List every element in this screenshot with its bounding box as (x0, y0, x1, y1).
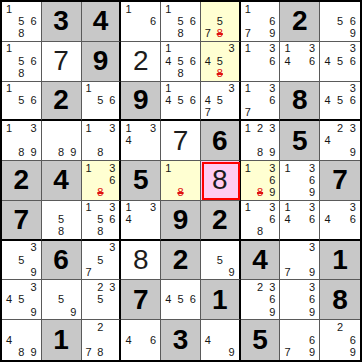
candidate: 9 (306, 187, 318, 199)
given-digit: 1 (42, 320, 81, 360)
candidate: 5 (15, 294, 27, 306)
cell-r6c8[interactable]: 1346 (280, 201, 320, 241)
pencil-marks: 1367 (241, 82, 280, 120)
cell-r6c1[interactable]: 7 (2, 201, 42, 241)
cell-r3c5[interactable]: 1456 (161, 82, 201, 122)
pencil-marks: 1368 (241, 201, 280, 239)
candidate: 4 (122, 214, 134, 226)
candidate: 4 (321, 135, 334, 147)
candidate: 3 (266, 162, 278, 174)
cell-r9c8[interactable]: 679 (280, 320, 320, 360)
candidate: 3 (266, 202, 278, 214)
candidate: 3 (106, 281, 118, 293)
candidate: 9 (306, 346, 318, 359)
candidate: 8 (94, 226, 106, 238)
pencil-marks: 359 (2, 241, 41, 280)
cell-r3c2[interactable]: 2 (42, 82, 82, 122)
candidate: 1 (162, 162, 174, 174)
pencil-marks: 456 (161, 280, 200, 319)
candidate: 4 (162, 294, 174, 306)
candidate: 9 (266, 147, 278, 159)
candidate: 2 (254, 122, 266, 134)
given-digit: 7 (121, 280, 160, 319)
given-digit: 2 (161, 241, 200, 280)
cell-r3c6[interactable]: 3457 (201, 82, 241, 122)
cell-r4c2[interactable]: 89 (42, 121, 82, 161)
candidate: 7 (281, 266, 293, 278)
cell-r3c7[interactable]: 1367 (241, 82, 281, 122)
candidate: 6 (306, 55, 318, 67)
pencil-marks: 578 (201, 2, 239, 41)
candidate: 4 (202, 334, 214, 347)
candidate: 8 (55, 147, 67, 159)
candidate: 9 (28, 306, 40, 318)
pencil-marks: 156 (2, 82, 41, 120)
given-digit: 5 (121, 161, 160, 200)
pencil-marks: 3458 (201, 42, 239, 81)
candidate: 8 (15, 67, 27, 79)
candidate: 7 (83, 266, 95, 278)
candidate: 3 (28, 281, 40, 293)
pencil-marks: 489 (2, 320, 41, 360)
candidate: 6 (28, 55, 40, 67)
pencil-marks: 3456 (320, 82, 360, 120)
pencil-marks: 3456 (320, 42, 360, 81)
candidate: 1 (83, 83, 95, 95)
candidate: 6 (266, 15, 278, 27)
cell-r6c7[interactable]: 1368 (241, 201, 281, 241)
candidate: 5 (214, 94, 226, 106)
cell-r2c7[interactable]: 136 (241, 42, 281, 82)
candidate: 6 (306, 334, 318, 347)
cell-r5c3[interactable]: 1368 (82, 161, 122, 201)
candidate: 2 (94, 281, 106, 293)
eliminated-candidate: 8 (214, 28, 226, 40)
cell-r9c6[interactable]: 49 (201, 320, 241, 360)
cell-r9c5[interactable]: 3 (161, 320, 201, 360)
candidate: 3 (106, 162, 118, 174)
given-digit: 6 (201, 121, 239, 160)
solved-digit: 7 (42, 42, 81, 81)
eliminated-candidate: 8 (174, 187, 186, 199)
candidate: 5 (174, 55, 186, 67)
candidate: 8 (15, 28, 27, 40)
candidate: 6 (187, 94, 199, 106)
eliminated-candidate: 8 (254, 187, 266, 199)
candidate: 7 (242, 28, 254, 40)
cell-r7c9[interactable]: 1 (320, 241, 360, 281)
cell-r7c8[interactable]: 379 (280, 241, 320, 281)
candidate: 1 (122, 122, 134, 134)
cell-r4c5[interactable]: 7 (161, 121, 201, 161)
cell-r4c8[interactable]: 5 (280, 121, 320, 161)
cell-r8c3[interactable]: 235 (82, 280, 122, 320)
candidate: 3 (147, 122, 159, 134)
candidate: 3 (266, 281, 278, 293)
cell-r3c4[interactable]: 9 (121, 82, 161, 122)
candidate: 6 (147, 15, 159, 27)
candidate: 3 (226, 83, 238, 95)
pencil-marks: 13689 (241, 161, 280, 200)
candidate: 6 (306, 214, 318, 226)
pencil-marks: 1369 (280, 161, 319, 200)
candidate: 9 (346, 28, 359, 40)
candidate: 2 (334, 122, 347, 134)
cell-r7c4[interactable]: 8 (121, 241, 161, 281)
given-digit: 2 (280, 2, 319, 41)
cell-r6c5[interactable]: 9 (161, 201, 201, 241)
pencil-marks: 1456 (161, 82, 200, 120)
given-digit: 3 (42, 2, 81, 41)
candidate: 8 (254, 147, 266, 159)
given-digit: 5 (241, 320, 280, 360)
candidate: 7 (83, 346, 95, 359)
cell-r3c9[interactable]: 3456 (320, 82, 360, 122)
candidate: 1 (281, 43, 293, 55)
candidate: 9 (67, 306, 79, 318)
pencil-marks: 1679 (241, 2, 280, 41)
pencil-marks: 1568 (161, 2, 200, 41)
given-digit: 9 (161, 201, 200, 239)
candidate: 3 (106, 202, 118, 214)
pencil-marks: 369 (280, 280, 319, 319)
candidate: 1 (242, 83, 254, 95)
cell-r1c5[interactable]: 1568 (161, 2, 201, 42)
pencil-marks: 18 (161, 161, 200, 200)
candidate: 4 (281, 55, 293, 67)
given-digit: 9 (82, 42, 120, 81)
cell-r5c9[interactable]: 7 (320, 161, 360, 201)
cell-r7c6[interactable]: 59 (201, 241, 241, 281)
candidate: 9 (67, 147, 79, 159)
candidate: 7 (281, 346, 293, 359)
candidate: 4 (3, 294, 15, 306)
cell-r7c5[interactable]: 2 (161, 241, 201, 281)
candidate: 9 (266, 187, 278, 199)
candidate: 1 (281, 202, 293, 214)
cell-r4c4[interactable]: 134 (121, 121, 161, 161)
eliminated-candidate: 8 (214, 67, 226, 79)
cell-r9c4[interactable]: 46 (121, 320, 161, 360)
cell-r8c8[interactable]: 369 (280, 280, 320, 320)
cell-r9c9[interactable]: 269 (320, 320, 360, 360)
candidate: 5 (94, 254, 106, 266)
cell-r5c8[interactable]: 1369 (280, 161, 320, 201)
solved-digit: 2 (121, 42, 160, 81)
candidate: 1 (242, 43, 254, 55)
candidate: 5 (334, 15, 347, 27)
candidate: 5 (334, 55, 347, 67)
cell-r5c6[interactable]: 8 (201, 161, 241, 201)
candidate: 9 (226, 346, 238, 359)
given-digit: 1 (320, 241, 360, 280)
pencil-marks: 12389 (241, 121, 280, 160)
candidate: 6 (266, 55, 278, 67)
cell-r1c6[interactable]: 578 (201, 2, 241, 42)
candidate: 1 (122, 3, 134, 15)
candidate: 4 (321, 94, 334, 106)
candidate: 6 (266, 94, 278, 106)
given-digit: 8 (280, 82, 319, 120)
given-digit: 2 (201, 201, 239, 239)
pencil-marks: 2369 (241, 280, 280, 319)
cell-r8c7[interactable]: 2369 (241, 280, 281, 320)
pencil-marks: 679 (280, 320, 319, 360)
candidate: 7 (242, 106, 254, 118)
cell-r8c1[interactable]: 3459 (2, 280, 42, 320)
candidate: 3 (28, 122, 40, 134)
candidate: 6 (346, 15, 359, 27)
given-digit: 2 (2, 161, 41, 200)
candidate: 1 (162, 83, 174, 95)
cell-r8c5[interactable]: 456 (161, 280, 201, 320)
pencil-marks: 346 (320, 201, 360, 239)
pencil-marks: 269 (320, 320, 360, 360)
candidate: 3 (266, 122, 278, 134)
candidate: 6 (147, 334, 159, 347)
cell-r5c2[interactable]: 4 (42, 161, 82, 201)
cell-r7c3[interactable]: 357 (82, 241, 122, 281)
candidate: 1 (162, 3, 174, 15)
candidate: 4 (321, 214, 334, 226)
candidate: 8 (94, 147, 106, 159)
cell-r6c2[interactable]: 58 (42, 201, 82, 241)
cell-r7c7[interactable]: 4 (241, 241, 281, 281)
cell-r1c4[interactable]: 16 (121, 2, 161, 42)
cell-r8c4[interactable]: 7 (121, 280, 161, 320)
pencil-marks: 49 (201, 320, 239, 360)
cell-r2c6[interactable]: 3458 (201, 42, 241, 82)
candidate: 9 (266, 306, 278, 318)
eliminated-candidate: 8 (94, 187, 106, 199)
candidate: 5 (15, 254, 27, 266)
pencil-marks: 138 (82, 121, 120, 160)
cell-r4c7[interactable]: 12389 (241, 121, 281, 161)
candidate: 6 (346, 94, 359, 106)
cell-r8c6[interactable]: 1 (201, 280, 241, 320)
pencil-marks: 58 (42, 201, 81, 239)
cell-r8c9[interactable]: 8 (320, 280, 360, 320)
candidate: 5 (15, 94, 27, 106)
cell-r3c1[interactable]: 156 (2, 82, 42, 122)
pencil-marks: 89 (42, 121, 81, 160)
pencil-marks: 59 (42, 280, 81, 319)
cell-r3c8[interactable]: 8 (280, 82, 320, 122)
given-digit: 8 (320, 280, 360, 319)
candidate: 8 (174, 28, 186, 40)
pencil-marks: 156 (82, 82, 120, 120)
candidate: 3 (106, 122, 118, 134)
given-digit: 1 (201, 280, 239, 319)
pencil-marks: 2349 (320, 121, 360, 160)
cell-r1c7[interactable]: 1679 (241, 2, 281, 42)
cell-r4c6[interactable]: 6 (201, 121, 241, 161)
candidate: 5 (214, 55, 226, 67)
candidate: 3 (28, 242, 40, 254)
pencil-marks: 1568 (2, 2, 41, 41)
pencil-marks: 357 (82, 241, 120, 280)
cell-r4c3[interactable]: 138 (82, 121, 122, 161)
given-digit: 7 (2, 201, 41, 239)
candidate: 3 (306, 281, 318, 293)
given-digit: 4 (42, 161, 81, 200)
cell-r9c2[interactable]: 1 (42, 320, 82, 360)
cell-r6c4[interactable]: 134 (121, 201, 161, 241)
candidate: 5 (94, 214, 106, 226)
pencil-marks: 379 (280, 241, 319, 280)
candidate: 5 (94, 294, 106, 306)
pencil-marks: 235 (82, 280, 120, 319)
candidate: 8 (254, 226, 266, 238)
cell-r2c8[interactable]: 1346 (280, 42, 320, 82)
candidate: 4 (321, 55, 334, 67)
candidate: 9 (28, 266, 40, 278)
candidate: 1 (83, 202, 95, 214)
pencil-marks: 134 (121, 201, 160, 239)
candidate: 6 (346, 334, 359, 347)
candidate: 6 (187, 294, 199, 306)
pencil-marks: 136 (241, 42, 280, 81)
candidate: 5 (174, 294, 186, 306)
candidate: 5 (55, 294, 67, 306)
given-digit: 5 (280, 121, 319, 160)
candidate: 5 (55, 214, 67, 226)
cell-r1c9[interactable]: 569 (320, 2, 360, 42)
cell-r3c3[interactable]: 156 (82, 82, 122, 122)
candidate: 3 (266, 43, 278, 55)
pencil-marks: 1368 (82, 161, 120, 200)
pencil-marks: 1346 (280, 42, 319, 81)
candidate: 4 (202, 94, 214, 106)
cell-r5c4[interactable]: 5 (121, 161, 161, 201)
solved-digit: 8 (121, 241, 160, 280)
candidate: 1 (3, 3, 15, 15)
cell-r5c7[interactable]: 13689 (241, 161, 281, 201)
candidate: 6 (28, 15, 40, 27)
cell-r9c7[interactable]: 5 (241, 320, 281, 360)
cell-r2c5[interactable]: 14568 (161, 42, 201, 82)
pencil-marks: 13568 (82, 201, 120, 239)
candidate: 5 (15, 55, 27, 67)
given-digit: 6 (42, 241, 81, 280)
candidate: 4 (122, 135, 134, 147)
candidate: 9 (306, 266, 318, 278)
cell-r1c8[interactable]: 2 (280, 2, 320, 42)
candidate: 6 (306, 174, 318, 186)
candidate: 3 (346, 83, 359, 95)
given-digit: 9 (121, 82, 160, 120)
candidate: 8 (55, 226, 67, 238)
cell-r5c1[interactable]: 2 (2, 161, 42, 201)
candidate: 9 (28, 346, 40, 359)
cell-r6c9[interactable]: 346 (320, 201, 360, 241)
given-digit: 2 (42, 82, 81, 120)
pencil-marks: 278 (82, 320, 120, 360)
candidate: 3 (346, 202, 359, 214)
candidate: 6 (306, 294, 318, 306)
candidate: 7 (202, 28, 214, 40)
candidate: 8 (94, 346, 106, 359)
candidate: 6 (106, 94, 118, 106)
candidate: 1 (3, 122, 15, 134)
candidate: 3 (346, 43, 359, 55)
cell-r2c9[interactable]: 3456 (320, 42, 360, 82)
candidate: 1 (162, 43, 174, 55)
candidate: 1 (242, 3, 254, 15)
cell-r6c6[interactable]: 2 (201, 201, 241, 241)
candidate: 6 (346, 214, 359, 226)
candidate: 9 (266, 28, 278, 40)
cell-r1c2[interactable]: 3 (42, 2, 82, 42)
candidate: 6 (187, 15, 199, 27)
cell-r1c1[interactable]: 1568 (2, 2, 42, 42)
given-digit: 3 (161, 320, 200, 360)
candidate: 1 (242, 162, 254, 174)
pencil-marks: 3459 (2, 280, 41, 319)
cell-r7c2[interactable]: 6 (42, 241, 82, 281)
given-digit: 4 (241, 241, 280, 280)
candidate: 3 (147, 202, 159, 214)
candidate: 3 (306, 242, 318, 254)
pencil-marks: 1346 (280, 201, 319, 239)
candidate: 7 (202, 106, 214, 118)
cell-r5c5[interactable]: 18 (161, 161, 201, 201)
candidate: 2 (94, 321, 106, 334)
cell-r2c1[interactable]: 1568 (2, 42, 42, 82)
pencil-marks: 46 (121, 320, 160, 360)
candidate: 8 (15, 147, 27, 159)
pencil-marks: 14568 (161, 42, 200, 81)
cell-r2c2[interactable]: 7 (42, 42, 82, 82)
cell-r4c1[interactable]: 1389 (2, 121, 42, 161)
given-digit: 4 (82, 2, 120, 41)
candidate: 8 (15, 346, 27, 359)
pencil-marks: 134 (121, 121, 160, 160)
cell-r2c3[interactable]: 9 (82, 42, 122, 82)
cell-r9c1[interactable]: 489 (2, 320, 42, 360)
pencil-marks: 1568 (2, 42, 41, 81)
cell-r4c9[interactable]: 2349 (320, 121, 360, 161)
candidate: 4 (122, 334, 134, 347)
cell-r2c4[interactable]: 2 (121, 42, 161, 82)
candidate: 6 (106, 174, 118, 186)
candidate: 9 (28, 147, 40, 159)
candidate: 3 (306, 202, 318, 214)
given-digit: 7 (320, 161, 360, 200)
cell-r8c2[interactable]: 59 (42, 280, 82, 320)
candidate: 5 (214, 254, 226, 266)
cell-r7c1[interactable]: 359 (2, 241, 42, 281)
candidate: 3 (226, 43, 238, 55)
candidate: 4 (162, 55, 174, 67)
cell-r9c3[interactable]: 278 (82, 320, 122, 360)
cell-r6c3[interactable]: 13568 (82, 201, 122, 241)
candidate: 8 (174, 67, 186, 79)
candidate: 4 (3, 334, 15, 347)
candidate: 9 (306, 306, 318, 318)
solved-digit: 8 (201, 161, 239, 200)
candidate: 6 (266, 294, 278, 306)
candidate: 6 (106, 214, 118, 226)
candidate: 5 (214, 15, 226, 27)
pencil-marks: 569 (320, 2, 360, 41)
candidate: 9 (346, 346, 359, 359)
cell-r1c3[interactable]: 4 (82, 2, 122, 42)
candidate: 5 (15, 15, 27, 27)
candidate: 3 (306, 43, 318, 55)
candidate: 4 (162, 94, 174, 106)
candidate: 1 (83, 162, 95, 174)
